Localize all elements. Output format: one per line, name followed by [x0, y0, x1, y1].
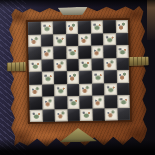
square-g1[interactable]: [105, 108, 118, 121]
left-hinge: [7, 62, 26, 71]
square-b1[interactable]: [42, 109, 55, 122]
square-g2[interactable]: [104, 95, 117, 108]
square-f4[interactable]: [91, 70, 104, 83]
right-hinge: [129, 57, 149, 66]
square-h4[interactable]: [116, 70, 129, 83]
square-f2[interactable]: [92, 95, 105, 108]
square-f5[interactable]: [91, 58, 104, 71]
square-b5[interactable]: [41, 59, 54, 72]
square-c6[interactable]: [53, 46, 66, 59]
square-f1[interactable]: [92, 108, 105, 121]
square-d4[interactable]: [66, 71, 79, 84]
square-d1[interactable]: [67, 108, 80, 121]
square-e3[interactable]: [79, 83, 92, 96]
square-e1[interactable]: [80, 108, 93, 121]
square-d3[interactable]: [67, 83, 80, 96]
square-h8[interactable]: [115, 20, 128, 33]
square-b2[interactable]: [42, 96, 55, 109]
square-b8[interactable]: [40, 22, 53, 35]
square-d8[interactable]: [65, 21, 78, 34]
chess-board: [28, 20, 130, 122]
square-b6[interactable]: [41, 47, 54, 60]
square-a1[interactable]: [30, 109, 43, 122]
square-d6[interactable]: [66, 46, 79, 59]
square-a5[interactable]: [29, 59, 42, 72]
square-f3[interactable]: [92, 83, 105, 96]
square-e8[interactable]: [78, 21, 91, 34]
square-e4[interactable]: [79, 71, 92, 84]
square-e7[interactable]: [78, 33, 91, 46]
square-g8[interactable]: [103, 20, 116, 33]
square-c5[interactable]: [54, 59, 67, 72]
square-e5[interactable]: [79, 58, 92, 71]
square-f6[interactable]: [91, 45, 104, 58]
square-h5[interactable]: [116, 57, 129, 70]
square-h1[interactable]: [117, 107, 130, 120]
photo-background: [0, 0, 155, 155]
square-g3[interactable]: [104, 83, 117, 96]
square-f8[interactable]: [90, 20, 103, 33]
top-shadow: [0, 0, 155, 8]
square-h2[interactable]: [117, 95, 130, 108]
square-e2[interactable]: [79, 96, 92, 109]
square-h7[interactable]: [116, 32, 129, 45]
square-e6[interactable]: [78, 46, 91, 59]
square-g6[interactable]: [103, 45, 116, 58]
square-b3[interactable]: [42, 84, 55, 97]
square-d5[interactable]: [66, 58, 79, 71]
square-d7[interactable]: [66, 33, 79, 46]
square-a8[interactable]: [28, 22, 41, 35]
square-c4[interactable]: [54, 71, 67, 84]
square-d2[interactable]: [67, 96, 80, 109]
chessboard-assembly: [9, 5, 148, 148]
square-a4[interactable]: [29, 72, 42, 85]
square-g5[interactable]: [104, 58, 117, 71]
square-f7[interactable]: [91, 33, 104, 46]
square-b4[interactable]: [41, 72, 54, 85]
square-a6[interactable]: [28, 47, 41, 60]
square-c3[interactable]: [54, 84, 67, 97]
square-c1[interactable]: [55, 109, 68, 122]
square-a7[interactable]: [28, 34, 41, 47]
bottom-shadow: [0, 139, 155, 155]
square-h3[interactable]: [117, 82, 130, 95]
square-h6[interactable]: [116, 45, 129, 58]
square-a3[interactable]: [29, 84, 42, 97]
square-c7[interactable]: [53, 34, 66, 47]
square-b7[interactable]: [41, 34, 54, 47]
square-g4[interactable]: [104, 70, 117, 83]
square-c8[interactable]: [53, 21, 66, 34]
square-g7[interactable]: [103, 33, 116, 46]
square-a2[interactable]: [29, 97, 42, 110]
square-c2[interactable]: [54, 96, 67, 109]
